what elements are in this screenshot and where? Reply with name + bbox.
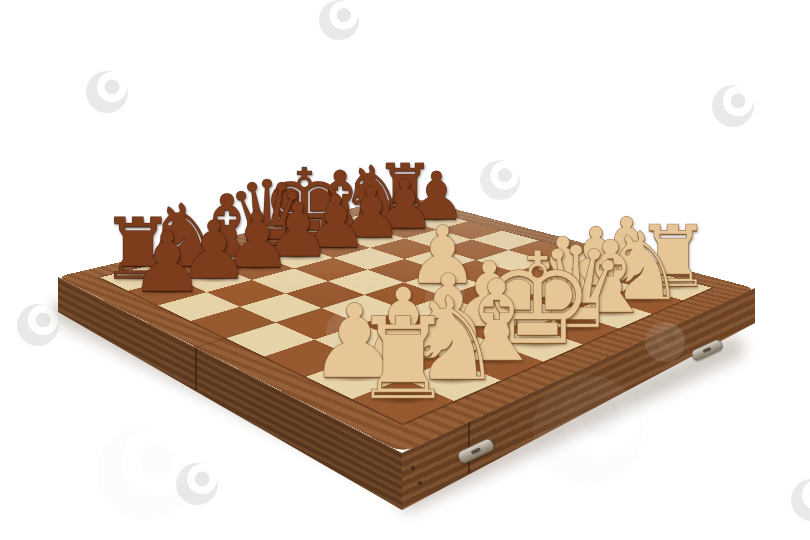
stock-watermark-icon	[480, 160, 520, 200]
chessboard-photo: ♜♞♝♛♚♝♞♜♟♟♟♟♟♟♟♟♜♞♝♚♛♝♞♜♟♟♟♟♟♟♟♟	[0, 0, 810, 540]
stock-watermark-icon	[176, 463, 218, 505]
stock-watermark-icon	[319, 0, 359, 40]
screw-dot	[411, 466, 415, 470]
piece-black-pawn-a7[interactable]: ♟	[130, 221, 204, 304]
stock-watermark-icon	[712, 85, 754, 127]
piece-white-rook-a1[interactable]: ♜	[353, 304, 454, 417]
stock-watermark-icon	[86, 71, 128, 113]
stock-watermark-icon	[97, 425, 193, 521]
screw-dot	[418, 481, 422, 485]
stock-watermark-icon	[791, 479, 810, 521]
fold-seam-left-face	[195, 348, 197, 390]
